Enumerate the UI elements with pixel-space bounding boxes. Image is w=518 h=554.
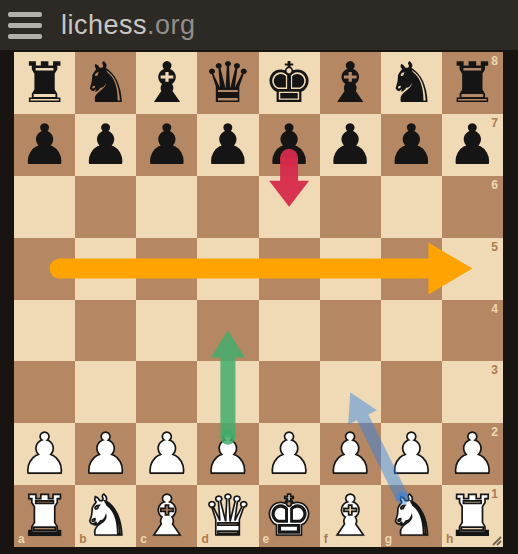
square-c5[interactable] bbox=[136, 238, 197, 300]
square-c4[interactable] bbox=[136, 300, 197, 362]
square-h4[interactable]: 4 bbox=[442, 300, 503, 362]
square-a7[interactable]: ♟ bbox=[14, 114, 75, 176]
piece-black-pawn[interactable]: ♟ bbox=[381, 114, 442, 176]
piece-black-pawn[interactable]: ♟ bbox=[442, 114, 503, 176]
square-g4[interactable] bbox=[381, 300, 442, 362]
site-title-suffix: .org bbox=[147, 10, 196, 40]
square-c3[interactable] bbox=[136, 361, 197, 423]
square-g6[interactable] bbox=[381, 176, 442, 238]
square-c6[interactable] bbox=[136, 176, 197, 238]
square-f3[interactable] bbox=[320, 361, 381, 423]
square-f6[interactable] bbox=[320, 176, 381, 238]
piece-black-king[interactable]: ♚ bbox=[259, 52, 320, 114]
square-b2[interactable]: ♟ bbox=[75, 423, 136, 485]
square-b5[interactable] bbox=[75, 238, 136, 300]
piece-white-knight[interactable]: ♞ bbox=[75, 485, 136, 547]
square-f2[interactable]: ♟ bbox=[320, 423, 381, 485]
piece-white-pawn[interactable]: ♟ bbox=[442, 423, 503, 485]
piece-white-pawn[interactable]: ♟ bbox=[14, 423, 75, 485]
square-d6[interactable] bbox=[197, 176, 258, 238]
square-h8[interactable]: ♜8 bbox=[442, 52, 503, 114]
square-e1[interactable]: ♚e bbox=[259, 485, 320, 547]
piece-white-bishop[interactable]: ♝ bbox=[320, 485, 381, 547]
hamburger-bar bbox=[8, 34, 42, 39]
piece-black-pawn[interactable]: ♟ bbox=[75, 114, 136, 176]
square-d7[interactable]: ♟ bbox=[197, 114, 258, 176]
site-title[interactable]: lichess.org bbox=[61, 10, 196, 41]
piece-black-knight[interactable]: ♞ bbox=[381, 52, 442, 114]
square-a2[interactable]: ♟ bbox=[14, 423, 75, 485]
square-a6[interactable] bbox=[14, 176, 75, 238]
square-g3[interactable] bbox=[381, 361, 442, 423]
square-b8[interactable]: ♞ bbox=[75, 52, 136, 114]
piece-black-pawn[interactable]: ♟ bbox=[259, 114, 320, 176]
square-a1[interactable]: ♜a bbox=[14, 485, 75, 547]
site-title-main: lichess bbox=[61, 10, 147, 40]
square-f4[interactable] bbox=[320, 300, 381, 362]
piece-black-pawn[interactable]: ♟ bbox=[14, 114, 75, 176]
square-f1[interactable]: ♝f bbox=[320, 485, 381, 547]
piece-white-pawn[interactable]: ♟ bbox=[381, 423, 442, 485]
hamburger-bar bbox=[8, 23, 42, 28]
square-d1[interactable]: ♛d bbox=[197, 485, 258, 547]
square-g2[interactable]: ♟ bbox=[381, 423, 442, 485]
square-c7[interactable]: ♟ bbox=[136, 114, 197, 176]
square-c2[interactable]: ♟ bbox=[136, 423, 197, 485]
piece-black-rook[interactable]: ♜ bbox=[442, 52, 503, 114]
piece-black-pawn[interactable]: ♟ bbox=[320, 114, 381, 176]
square-d4[interactable] bbox=[197, 300, 258, 362]
square-b4[interactable] bbox=[75, 300, 136, 362]
piece-black-knight[interactable]: ♞ bbox=[75, 52, 136, 114]
hamburger-bar bbox=[8, 12, 42, 17]
square-e5[interactable] bbox=[259, 238, 320, 300]
rank-label-4: 4 bbox=[491, 303, 498, 315]
piece-white-rook[interactable]: ♜ bbox=[14, 485, 75, 547]
square-h7[interactable]: ♟7 bbox=[442, 114, 503, 176]
square-e2[interactable]: ♟ bbox=[259, 423, 320, 485]
board-resize-handle-icon[interactable] bbox=[488, 532, 502, 546]
square-c8[interactable]: ♝ bbox=[136, 52, 197, 114]
square-d3[interactable] bbox=[197, 361, 258, 423]
square-h2[interactable]: ♟2 bbox=[442, 423, 503, 485]
piece-black-queen[interactable]: ♛ bbox=[197, 52, 258, 114]
square-f5[interactable] bbox=[320, 238, 381, 300]
square-g8[interactable]: ♞ bbox=[381, 52, 442, 114]
piece-black-bishop[interactable]: ♝ bbox=[136, 52, 197, 114]
square-b3[interactable] bbox=[75, 361, 136, 423]
piece-black-pawn[interactable]: ♟ bbox=[136, 114, 197, 176]
square-a8[interactable]: ♜ bbox=[14, 52, 75, 114]
square-h3[interactable]: 3 bbox=[442, 361, 503, 423]
square-a5[interactable] bbox=[14, 238, 75, 300]
app-header: lichess.org bbox=[0, 0, 518, 50]
piece-white-knight[interactable]: ♞ bbox=[381, 485, 442, 547]
square-d8[interactable]: ♛ bbox=[197, 52, 258, 114]
piece-white-bishop[interactable]: ♝ bbox=[136, 485, 197, 547]
square-h6[interactable]: 6 bbox=[442, 176, 503, 238]
piece-white-pawn[interactable]: ♟ bbox=[259, 423, 320, 485]
piece-white-queen[interactable]: ♛ bbox=[197, 485, 258, 547]
piece-white-pawn[interactable]: ♟ bbox=[136, 423, 197, 485]
piece-white-pawn[interactable]: ♟ bbox=[75, 423, 136, 485]
piece-black-pawn[interactable]: ♟ bbox=[197, 114, 258, 176]
piece-white-pawn[interactable]: ♟ bbox=[320, 423, 381, 485]
square-f8[interactable]: ♝ bbox=[320, 52, 381, 114]
square-e3[interactable] bbox=[259, 361, 320, 423]
square-b7[interactable]: ♟ bbox=[75, 114, 136, 176]
square-e6[interactable] bbox=[259, 176, 320, 238]
square-c1[interactable]: ♝c bbox=[136, 485, 197, 547]
piece-white-pawn[interactable]: ♟ bbox=[197, 423, 258, 485]
square-d2[interactable]: ♟ bbox=[197, 423, 258, 485]
square-e8[interactable]: ♚ bbox=[259, 52, 320, 114]
square-g1[interactable]: ♞g bbox=[381, 485, 442, 547]
rank-label-3: 3 bbox=[491, 364, 498, 376]
square-a3[interactable] bbox=[14, 361, 75, 423]
square-a4[interactable] bbox=[14, 300, 75, 362]
chess-board[interactable]: ♜♞♝♛♚♝♞♜8♟♟♟♟♟♟♟♟76543♟♟♟♟♟♟♟♟2♜a♞b♝c♛d♚… bbox=[14, 52, 503, 547]
square-f7[interactable]: ♟ bbox=[320, 114, 381, 176]
square-e7[interactable]: ♟ bbox=[259, 114, 320, 176]
rank-label-6: 6 bbox=[491, 179, 498, 191]
square-d5[interactable] bbox=[197, 238, 258, 300]
square-g5[interactable] bbox=[381, 238, 442, 300]
rank-label-5: 5 bbox=[491, 241, 498, 253]
hamburger-menu-icon[interactable] bbox=[8, 12, 42, 39]
square-b1[interactable]: ♞b bbox=[75, 485, 136, 547]
square-b6[interactable] bbox=[75, 176, 136, 238]
square-e4[interactable] bbox=[259, 300, 320, 362]
piece-black-bishop[interactable]: ♝ bbox=[320, 52, 381, 114]
piece-black-rook[interactable]: ♜ bbox=[14, 52, 75, 114]
square-h5[interactable]: 5 bbox=[442, 238, 503, 300]
piece-white-king[interactable]: ♚ bbox=[259, 485, 320, 547]
square-g7[interactable]: ♟ bbox=[381, 114, 442, 176]
